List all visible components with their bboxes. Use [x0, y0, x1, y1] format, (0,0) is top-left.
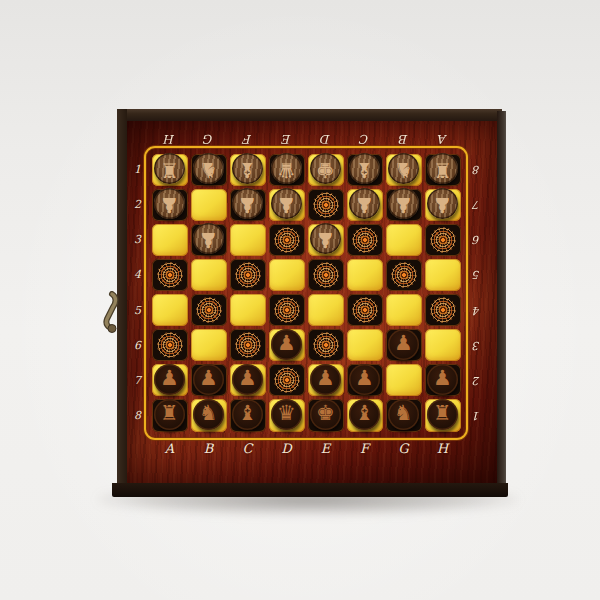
square-d1[interactable]: ♛ — [267, 152, 306, 187]
piece-glyph-pawn: ♟ — [433, 194, 452, 215]
piece-glyph-queen: ♛ — [277, 403, 296, 424]
square-h6[interactable] — [423, 328, 462, 363]
piece-glyph-king: ♚ — [316, 159, 335, 180]
near-piece-pawn[interactable]: ♟ — [193, 364, 224, 395]
square-g1[interactable]: ♞ — [384, 152, 423, 187]
square-b8[interactable]: ♞ — [189, 398, 228, 433]
piece-glyph-pawn: ♟ — [433, 368, 452, 389]
far-piece-pawn[interactable]: ♟ — [310, 223, 341, 254]
piece-glyph-knight: ♞ — [394, 159, 413, 180]
near-piece-bishop[interactable]: ♝ — [349, 399, 380, 430]
far-piece-queen[interactable]: ♛ — [271, 153, 302, 184]
square-f7[interactable]: ♟ — [345, 363, 384, 398]
square-h4[interactable] — [423, 257, 462, 292]
square-b2[interactable] — [189, 187, 228, 222]
far-piece-pawn[interactable]: ♟ — [154, 188, 185, 219]
square-a4[interactable] — [150, 257, 189, 292]
rank-labels-right: 87654321 — [468, 152, 485, 433]
square-c2[interactable]: ♟ — [228, 187, 267, 222]
square-f1[interactable]: ♝ — [345, 152, 384, 187]
piece-glyph-bishop: ♝ — [355, 403, 374, 424]
square-d7[interactable] — [267, 363, 306, 398]
square-g5[interactable] — [384, 293, 423, 328]
far-piece-knight[interactable]: ♞ — [388, 153, 419, 184]
piece-glyph-pawn: ♟ — [316, 368, 335, 389]
square-b5[interactable] — [189, 293, 228, 328]
square-h1[interactable]: ♜ — [423, 152, 462, 187]
square-c1[interactable]: ♝ — [228, 152, 267, 187]
far-piece-bishop[interactable]: ♝ — [349, 153, 380, 184]
rank-label-right-2: 2 — [468, 363, 485, 398]
rank-label-left-6: 6 — [129, 328, 146, 363]
piece-glyph-knight: ♞ — [199, 159, 218, 180]
square-c7[interactable]: ♟ — [228, 363, 267, 398]
square-c4[interactable] — [228, 257, 267, 292]
file-label-top-a: A — [423, 131, 462, 148]
square-g7[interactable] — [384, 363, 423, 398]
rank-label-right-1: 1 — [468, 398, 485, 433]
near-piece-pawn[interactable]: ♟ — [310, 364, 341, 395]
square-g3[interactable] — [384, 222, 423, 257]
square-f6[interactable] — [345, 328, 384, 363]
square-d2[interactable]: ♟ — [267, 187, 306, 222]
piece-glyph-pawn: ♟ — [238, 368, 257, 389]
square-d6[interactable]: ♟ — [267, 328, 306, 363]
square-b3[interactable]: ♟ — [189, 222, 228, 257]
near-piece-pawn[interactable]: ♟ — [271, 329, 302, 360]
square-c6[interactable] — [228, 328, 267, 363]
near-piece-rook[interactable]: ♜ — [154, 399, 185, 430]
file-label-top-d: D — [306, 131, 345, 148]
near-piece-rook[interactable]: ♜ — [427, 399, 458, 430]
near-piece-pawn[interactable]: ♟ — [154, 364, 185, 395]
file-label-top-g: G — [189, 131, 228, 148]
square-d4[interactable] — [267, 257, 306, 292]
square-f8[interactable]: ♝ — [345, 398, 384, 433]
square-h7[interactable]: ♟ — [423, 363, 462, 398]
piece-glyph-pawn: ♟ — [394, 194, 413, 215]
square-a7[interactable]: ♟ — [150, 363, 189, 398]
file-label-top-b: B — [384, 131, 423, 148]
square-e1[interactable]: ♚ — [306, 152, 345, 187]
file-label-top-c: C — [345, 131, 384, 148]
square-a1[interactable]: ♜ — [150, 152, 189, 187]
piece-glyph-bishop: ♝ — [355, 159, 374, 180]
piece-glyph-queen: ♛ — [277, 159, 296, 180]
piece-glyph-pawn: ♟ — [199, 229, 218, 250]
square-c5[interactable] — [228, 293, 267, 328]
rank-label-left-3: 3 — [129, 222, 146, 257]
rank-label-left-1: 1 — [129, 152, 146, 187]
square-a3[interactable] — [150, 222, 189, 257]
rank-label-left-2: 2 — [129, 187, 146, 222]
far-piece-pawn[interactable]: ♟ — [271, 188, 302, 219]
piece-glyph-pawn: ♟ — [160, 368, 179, 389]
file-label-top-f: F — [228, 131, 267, 148]
piece-glyph-bishop: ♝ — [238, 403, 257, 424]
file-label-bottom-h: H — [423, 438, 462, 458]
far-piece-rook[interactable]: ♜ — [427, 153, 458, 184]
file-label-top-h: H — [150, 131, 189, 148]
near-piece-bishop[interactable]: ♝ — [232, 399, 263, 430]
piece-glyph-pawn: ♟ — [160, 194, 179, 215]
far-piece-pawn[interactable]: ♟ — [427, 188, 458, 219]
far-piece-pawn[interactable]: ♟ — [349, 188, 380, 219]
file-labels-bottom: ABCDEFGH — [150, 438, 462, 458]
near-piece-knight[interactable]: ♞ — [388, 399, 419, 430]
square-d5[interactable] — [267, 293, 306, 328]
box-edge-right — [497, 111, 506, 485]
square-f4[interactable] — [345, 257, 384, 292]
square-b4[interactable] — [189, 257, 228, 292]
square-a6[interactable] — [150, 328, 189, 363]
square-f5[interactable] — [345, 293, 384, 328]
piece-glyph-bishop: ♝ — [238, 159, 257, 180]
rank-label-left-7: 7 — [129, 363, 146, 398]
square-e5[interactable] — [306, 293, 345, 328]
piece-glyph-knight: ♞ — [199, 403, 218, 424]
near-piece-king[interactable]: ♚ — [310, 399, 341, 430]
square-a5[interactable] — [150, 293, 189, 328]
file-labels-top: HGFEDCBA — [150, 131, 462, 148]
rank-label-right-8: 8 — [468, 152, 485, 187]
piece-glyph-rook: ♜ — [433, 159, 452, 180]
file-label-bottom-g: G — [384, 438, 423, 458]
piece-glyph-pawn: ♟ — [355, 368, 374, 389]
piece-glyph-pawn: ♟ — [394, 333, 413, 354]
square-g4[interactable] — [384, 257, 423, 292]
board-grid: ♜♞♝♛♚♝♞♜♟♟♟♟♟♟♟♟♟♟♟♟♟♟♟♟♜♞♝♛♚♝♞♜ — [150, 152, 462, 433]
far-piece-king[interactable]: ♚ — [310, 153, 341, 184]
near-piece-pawn[interactable]: ♟ — [427, 364, 458, 395]
piece-glyph-pawn: ♟ — [277, 333, 296, 354]
near-piece-knight[interactable]: ♞ — [193, 399, 224, 430]
square-f2[interactable]: ♟ — [345, 187, 384, 222]
square-h2[interactable]: ♟ — [423, 187, 462, 222]
rank-label-left-8: 8 — [129, 398, 146, 433]
file-label-bottom-b: B — [189, 438, 228, 458]
rank-label-right-3: 3 — [468, 328, 485, 363]
square-e2[interactable] — [306, 187, 345, 222]
square-d8[interactable]: ♛ — [267, 398, 306, 433]
square-e3[interactable]: ♟ — [306, 222, 345, 257]
square-g8[interactable]: ♞ — [384, 398, 423, 433]
piece-glyph-knight: ♞ — [394, 403, 413, 424]
square-h8[interactable]: ♜ — [423, 398, 462, 433]
file-label-bottom-d: D — [267, 438, 306, 458]
piece-glyph-pawn: ♟ — [355, 194, 374, 215]
far-piece-rook[interactable]: ♜ — [154, 153, 185, 184]
file-label-bottom-e: E — [306, 438, 345, 458]
square-e8[interactable]: ♚ — [306, 398, 345, 433]
rank-label-right-7: 7 — [468, 187, 485, 222]
rank-label-left-5: 5 — [129, 293, 146, 328]
near-piece-pawn[interactable]: ♟ — [232, 364, 263, 395]
piece-glyph-rook: ♜ — [160, 159, 179, 180]
square-e7[interactable]: ♟ — [306, 363, 345, 398]
file-label-bottom-f: F — [345, 438, 384, 458]
rank-label-right-4: 4 — [468, 293, 485, 328]
square-d3[interactable] — [267, 222, 306, 257]
piece-glyph-king: ♚ — [316, 403, 335, 424]
square-c8[interactable]: ♝ — [228, 398, 267, 433]
piece-glyph-rook: ♜ — [433, 403, 452, 424]
square-e6[interactable] — [306, 328, 345, 363]
file-label-top-e: E — [267, 131, 306, 148]
far-piece-knight[interactable]: ♞ — [193, 153, 224, 184]
file-label-bottom-a: A — [150, 438, 189, 458]
square-b1[interactable]: ♞ — [189, 152, 228, 187]
file-label-bottom-c: C — [228, 438, 267, 458]
rank-label-left-4: 4 — [129, 257, 146, 292]
far-piece-pawn[interactable]: ♟ — [232, 188, 263, 219]
square-f3[interactable] — [345, 222, 384, 257]
clasp-icon — [92, 291, 120, 335]
piece-glyph-rook: ♜ — [160, 403, 179, 424]
box-edge-top — [117, 109, 502, 121]
far-piece-pawn[interactable]: ♟ — [193, 223, 224, 254]
square-g6[interactable]: ♟ — [384, 328, 423, 363]
square-a2[interactable]: ♟ — [150, 187, 189, 222]
near-piece-queen[interactable]: ♛ — [271, 399, 302, 430]
square-g2[interactable]: ♟ — [384, 187, 423, 222]
box-edge-bottom — [112, 483, 508, 497]
near-piece-pawn[interactable]: ♟ — [388, 329, 419, 360]
near-piece-pawn[interactable]: ♟ — [349, 364, 380, 395]
piece-glyph-pawn: ♟ — [316, 229, 335, 250]
piece-glyph-pawn: ♟ — [199, 368, 218, 389]
piece-glyph-pawn: ♟ — [277, 194, 296, 215]
rank-labels-left: 12345678 — [129, 152, 146, 433]
square-b6[interactable] — [189, 328, 228, 363]
square-b7[interactable]: ♟ — [189, 363, 228, 398]
square-h5[interactable] — [423, 293, 462, 328]
square-h3[interactable] — [423, 222, 462, 257]
rank-label-right-6: 6 — [468, 222, 485, 257]
square-e4[interactable] — [306, 257, 345, 292]
square-a8[interactable]: ♜ — [150, 398, 189, 433]
far-piece-bishop[interactable]: ♝ — [232, 153, 263, 184]
piece-glyph-pawn: ♟ — [238, 194, 257, 215]
rank-label-right-5: 5 — [468, 257, 485, 292]
square-c3[interactable] — [228, 222, 267, 257]
far-piece-pawn[interactable]: ♟ — [388, 188, 419, 219]
